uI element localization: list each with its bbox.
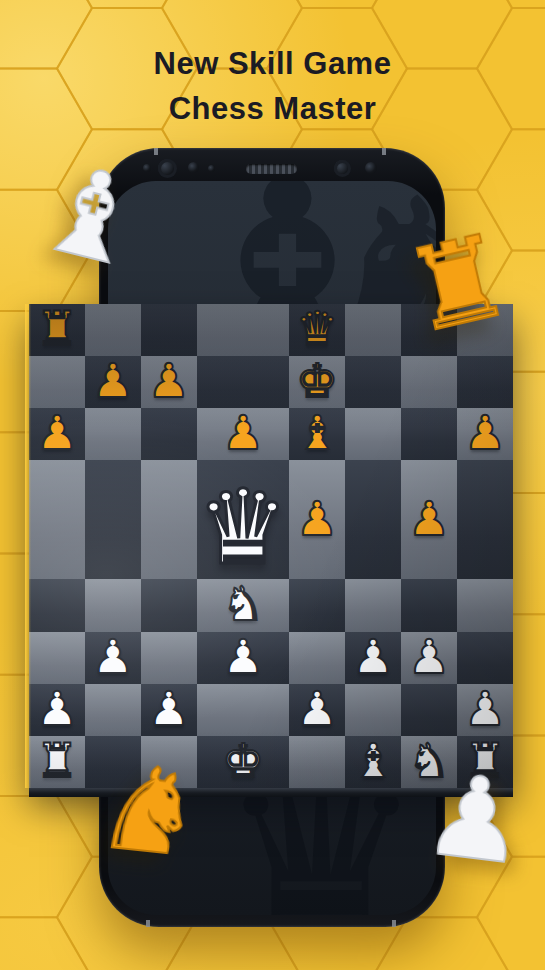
square-d5[interactable]: ♛ [197,460,289,579]
square-f1[interactable]: ♝ [345,736,401,788]
board-left-glow [25,304,31,788]
square-d3[interactable]: ♟ [197,632,289,684]
square-e6[interactable]: ♝ [289,408,345,460]
square-h4[interactable] [457,579,513,631]
square-g6[interactable] [401,408,457,460]
square-c8[interactable] [141,304,197,356]
square-h3[interactable] [457,632,513,684]
decor-knight-bottom-left-icon: ♞ [91,747,208,874]
piece-white-king-d1[interactable]: ♚ [222,737,264,784]
piece-orange-pawn-h6[interactable]: ♟ [464,409,506,456]
square-c5[interactable] [141,460,197,579]
piece-orange-king-e7[interactable]: ♚ [296,357,338,404]
square-b8[interactable] [85,304,141,356]
piece-white-pawn-h2[interactable]: ♟ [464,685,506,732]
speaker-grille-icon [246,164,297,174]
square-h5[interactable] [457,460,513,579]
square-f3[interactable]: ♟ [345,632,401,684]
square-b6[interactable] [85,408,141,460]
square-e4[interactable] [289,579,345,631]
square-f2[interactable] [345,684,401,736]
square-a4[interactable] [29,579,85,631]
sensor-dot-icon [208,165,215,172]
square-c4[interactable] [141,579,197,631]
square-b3[interactable]: ♟ [85,632,141,684]
square-b5[interactable] [85,460,141,579]
square-e2[interactable]: ♟ [289,684,345,736]
piece-white-knight-d4[interactable]: ♞ [222,580,264,627]
square-b7[interactable]: ♟ [85,356,141,408]
piece-orange-pawn-d6[interactable]: ♟ [222,409,264,456]
antenna-line [154,148,158,155]
square-g5[interactable]: ♟ [401,460,457,579]
square-h7[interactable] [457,356,513,408]
square-f5[interactable] [345,460,401,579]
square-a1[interactable]: ♜ [29,736,85,788]
square-a7[interactable] [29,356,85,408]
square-e3[interactable] [289,632,345,684]
page-title: New Skill Game Chess Master [0,41,545,131]
piece-white-pawn-g3[interactable]: ♟ [408,633,450,680]
square-d1[interactable]: ♚ [197,736,289,788]
square-h2[interactable]: ♟ [457,684,513,736]
square-d4[interactable]: ♞ [197,579,289,631]
title-line1: New Skill Game [0,41,545,86]
piece-orange-pawn-c7[interactable]: ♟ [148,357,190,404]
square-e1[interactable] [289,736,345,788]
sensor-dot-icon [188,162,199,173]
square-g4[interactable] [401,579,457,631]
piece-orange-pawn-g5[interactable]: ♟ [408,495,450,542]
square-a3[interactable] [29,632,85,684]
piece-orange-queen-e8[interactable]: ♛ [296,305,338,352]
square-d6[interactable]: ♟ [197,408,289,460]
piece-orange-rook-a8[interactable]: ♜ [36,305,78,352]
square-c7[interactable]: ♟ [141,356,197,408]
square-e7[interactable]: ♚ [289,356,345,408]
front-camera-icon [158,159,177,178]
piece-white-pawn-e2[interactable]: ♟ [296,685,338,732]
square-g7[interactable] [401,356,457,408]
square-e5[interactable]: ♟ [289,460,345,579]
antenna-line [382,148,386,155]
square-f4[interactable] [345,579,401,631]
square-b4[interactable] [85,579,141,631]
square-d7[interactable] [197,356,289,408]
piece-white-pawn-b3[interactable]: ♟ [92,633,134,680]
antenna-line [146,920,150,927]
promo-screenshot: New Skill Game Chess Master ♝ ♞ ♛ ♜♛♟♟♚♟… [0,0,545,970]
piece-white-queen-d5[interactable]: ♛ [197,476,289,579]
piece-white-pawn-a2[interactable]: ♟ [36,685,78,732]
square-a5[interactable] [29,460,85,579]
square-a6[interactable]: ♟ [29,408,85,460]
piece-white-pawn-f3[interactable]: ♟ [352,633,394,680]
piece-orange-pawn-e5[interactable]: ♟ [296,495,338,542]
square-h6[interactable]: ♟ [457,408,513,460]
square-g3[interactable]: ♟ [401,632,457,684]
chess-board[interactable]: ♜♛♟♟♚♟♟♝♟♛♟♟♞♟♟♟♟♟♟♟♟♜♚♝♞♜ [29,304,513,788]
sensor-dot-icon [365,162,377,174]
square-a2[interactable]: ♟ [29,684,85,736]
antenna-line [392,920,396,927]
square-f6[interactable] [345,408,401,460]
decor-pawn-bottom-right-icon: ♟ [418,757,532,882]
square-c3[interactable] [141,632,197,684]
square-d2[interactable] [197,684,289,736]
piece-white-bishop-f1[interactable]: ♝ [352,737,394,784]
square-f8[interactable] [345,304,401,356]
square-a8[interactable]: ♜ [29,304,85,356]
square-f7[interactable] [345,356,401,408]
piece-white-pawn-d3[interactable]: ♟ [222,633,264,680]
title-line2: Chess Master [0,86,545,131]
piece-white-rook-a1[interactable]: ♜ [36,737,78,784]
piece-white-pawn-c2[interactable]: ♟ [148,685,190,732]
square-g2[interactable] [401,684,457,736]
piece-orange-bishop-e6[interactable]: ♝ [296,409,338,456]
piece-orange-pawn-b7[interactable]: ♟ [92,357,134,404]
square-c2[interactable]: ♟ [141,684,197,736]
front-camera-icon [334,160,351,177]
square-e8[interactable]: ♛ [289,304,345,356]
piece-orange-pawn-a6[interactable]: ♟ [36,409,78,456]
square-c6[interactable] [141,408,197,460]
square-d8[interactable] [197,304,289,356]
square-b2[interactable] [85,684,141,736]
